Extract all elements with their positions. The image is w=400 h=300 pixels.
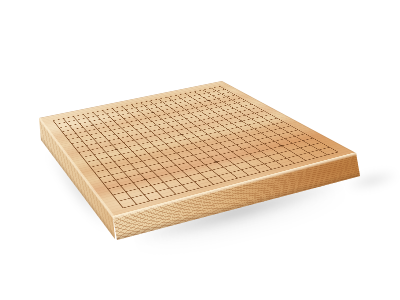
board-caption: Empty wooden 19x19 go board (goban) on w… [0,0,1,1]
product-photo-stage: Empty wooden 19x19 go board (goban) on w… [0,0,400,300]
